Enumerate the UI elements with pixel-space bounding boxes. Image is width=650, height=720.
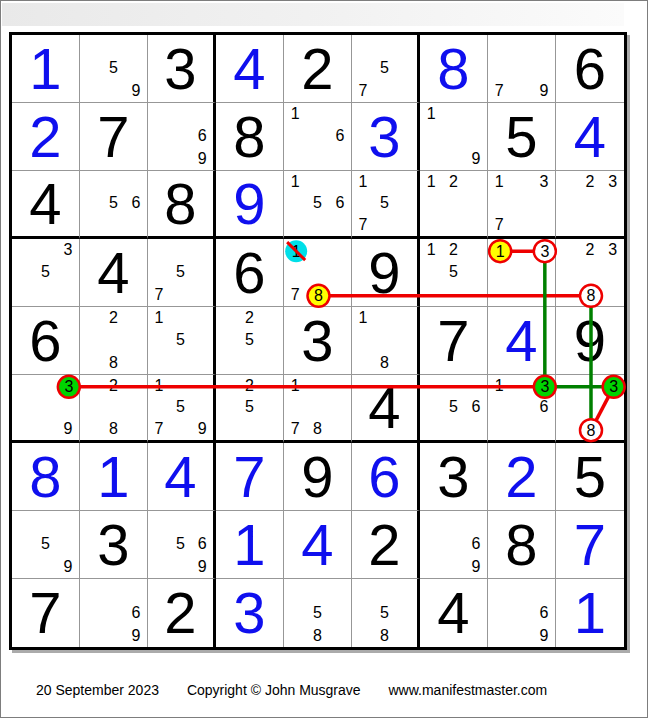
cell-r6c1[interactable]: 39 <box>12 375 80 443</box>
candidate-digit <box>488 418 510 440</box>
candidate-digit <box>556 171 579 193</box>
cell-r3c9[interactable]: 23 <box>556 171 624 239</box>
candidate-digit <box>306 171 328 193</box>
pencil-marks: 69 <box>488 579 555 647</box>
candidate-digit <box>216 307 238 329</box>
candidate-digit <box>12 533 34 555</box>
candidate-digit <box>191 307 213 329</box>
candidate-digit <box>329 239 351 261</box>
candidate-digit <box>352 35 374 57</box>
candidate-digit <box>125 375 147 397</box>
candidate-digit <box>34 239 56 261</box>
candidate-digit <box>488 193 510 215</box>
cell-r5c1[interactable]: 6 <box>12 307 80 375</box>
candidate-digit <box>125 352 147 374</box>
cell-r4c7[interactable]: 125 <box>420 239 488 307</box>
cell-r5c2[interactable]: 28 <box>80 307 148 375</box>
candidate-digit <box>284 214 306 236</box>
candidate-digit <box>80 35 102 57</box>
cell-r4c6[interactable]: 9 <box>352 239 420 307</box>
candidate-digit <box>191 329 213 351</box>
cell-r5c9[interactable]: 9 <box>556 307 624 375</box>
cell-r2c6[interactable]: 3 <box>352 103 420 171</box>
candidate-digit <box>191 103 213 125</box>
cell-r9c4[interactable]: 3 <box>216 579 284 647</box>
candidate-digit: 9 <box>57 556 79 578</box>
candidate-digit: 6 <box>191 125 213 147</box>
candidate-digit <box>125 418 147 440</box>
pencil-marks: 12 <box>420 171 487 236</box>
candidate-digit <box>442 533 464 555</box>
candidate-digit <box>395 624 417 647</box>
candidate-digit: 2 <box>238 307 260 329</box>
pencil-marks: 56 <box>420 375 487 440</box>
candidate-digit <box>442 125 464 147</box>
candidate-digit <box>420 556 442 578</box>
big-digit: 9 <box>233 175 265 233</box>
cell-r2c2[interactable]: 7 <box>80 103 148 171</box>
cell-r5c5[interactable]: 3 <box>284 307 352 375</box>
pencil-marks: 69 <box>148 103 213 170</box>
candidate-digit <box>442 103 464 125</box>
big-digit: 4 <box>233 40 265 98</box>
pencil-marks: 18 <box>352 307 417 374</box>
candidate-digit: 8 <box>374 352 396 374</box>
candidate-digit: 1 <box>284 171 306 193</box>
pencil-marks: 59 <box>12 511 79 578</box>
cell-r1c9[interactable]: 6 <box>556 35 624 103</box>
pencil-marks: 16 <box>284 103 351 170</box>
cell-r8c1[interactable]: 59 <box>12 511 80 579</box>
cell-r2c3[interactable]: 69 <box>148 103 216 171</box>
candidate-digit: 9 <box>533 80 555 102</box>
candidate-digit <box>556 239 579 261</box>
candidate-digit <box>12 239 34 261</box>
pencil-marks: 56 <box>80 171 147 236</box>
cell-r8c5[interactable]: 4 <box>284 511 352 579</box>
candidate-digit <box>374 579 396 602</box>
candidate-digit <box>148 511 170 533</box>
cell-r6c2[interactable]: 28 <box>80 375 148 443</box>
candidate-digit: 3 <box>57 239 79 261</box>
cell-r3c1[interactable]: 4 <box>12 171 80 239</box>
cell-r1c5[interactable]: 2 <box>284 35 352 103</box>
candidate-digit <box>102 214 124 236</box>
pencil-marks: 58 <box>284 579 351 647</box>
cell-r4c5[interactable]: 178 <box>284 239 352 307</box>
candidate-digit <box>170 418 192 440</box>
big-digit: 8 <box>437 40 469 98</box>
candidate-digit <box>261 397 283 419</box>
candidate-digit <box>488 397 510 419</box>
candidate-digit <box>465 511 487 533</box>
candidate-digit: 7 <box>148 418 170 440</box>
cell-r9c5[interactable]: 58 <box>284 579 352 647</box>
cell-r9c1[interactable]: 7 <box>12 579 80 647</box>
candidate-digit <box>442 556 464 578</box>
candidate-digit <box>238 418 260 440</box>
candidate-digit: 6 <box>465 533 487 555</box>
cell-r5c7[interactable]: 7 <box>420 307 488 375</box>
candidate-digit <box>465 284 487 306</box>
cell-r2c5[interactable]: 16 <box>284 103 352 171</box>
candidate-digit <box>216 397 238 419</box>
pencil-marks: 15 <box>148 307 213 374</box>
candidate-digit <box>556 418 579 440</box>
candidate-digit <box>395 80 417 102</box>
pencil-marks: 35 <box>12 239 79 306</box>
big-digit: 2 <box>505 448 537 506</box>
candidate-digit <box>329 602 351 625</box>
candidate-digit <box>102 80 124 102</box>
candidate-digit <box>80 214 102 236</box>
candidate-digit <box>148 397 170 419</box>
candidate-digit <box>510 375 532 397</box>
pencil-marks: 13 <box>488 239 555 306</box>
candidate-digit <box>12 418 34 440</box>
candidate-digit <box>442 375 464 397</box>
candidate-digit: 7 <box>284 284 306 306</box>
candidate-digit <box>329 624 351 647</box>
candidate-digit <box>34 418 56 440</box>
candidate-digit <box>80 602 102 625</box>
candidate-digit <box>352 193 374 215</box>
cell-r5c8[interactable]: 4 <box>488 307 556 375</box>
cell-r1c8[interactable]: 79 <box>488 35 556 103</box>
candidate-digit <box>395 57 417 79</box>
candidate-digit <box>170 511 192 533</box>
cell-r2c1[interactable]: 2 <box>12 103 80 171</box>
cell-r9c6[interactable]: 58 <box>352 579 420 647</box>
candidate-digit <box>465 103 487 125</box>
candidate-digit <box>191 375 213 397</box>
cell-r7c1[interactable]: 8 <box>12 443 80 511</box>
candidate-digit <box>284 125 306 147</box>
cell-r4c1[interactable]: 35 <box>12 239 80 307</box>
candidate-digit <box>34 397 56 419</box>
candidate-digit <box>148 533 170 555</box>
candidate-digit: 8 <box>374 624 396 647</box>
candidate-digit: 6 <box>465 397 487 419</box>
big-digit: 8 <box>164 175 196 233</box>
candidate-digit <box>510 261 532 283</box>
candidate-digit <box>442 214 464 236</box>
cell-r5c4[interactable]: 25 <box>216 307 284 375</box>
candidate-digit <box>601 284 624 306</box>
cell-r5c6[interactable]: 18 <box>352 307 420 375</box>
cell-r1c1[interactable]: 1 <box>12 35 80 103</box>
candidate-digit <box>442 148 464 170</box>
candidate-digit <box>395 171 417 193</box>
candidate-digit <box>420 511 442 533</box>
candidate-digit: 1 <box>420 239 442 261</box>
cell-r6c4[interactable]: 25 <box>216 375 284 443</box>
candidate-digit <box>510 80 532 102</box>
candidate-digit: 5 <box>170 397 192 419</box>
candidate-digit <box>170 375 192 397</box>
candidate-digit: 2 <box>442 239 464 261</box>
candidate-digit: 3 <box>57 375 79 397</box>
cell-r8c7[interactable]: 69 <box>420 511 488 579</box>
big-digit: 7 <box>97 108 129 166</box>
candidate-digit <box>34 556 56 578</box>
candidate-digit: 7 <box>488 80 510 102</box>
candidate-digit <box>102 579 124 602</box>
cell-r9c7[interactable]: 4 <box>420 579 488 647</box>
cell-r1c6[interactable]: 57 <box>352 35 420 103</box>
pencil-marks: 137 <box>488 171 555 236</box>
big-digit: 7 <box>574 516 606 574</box>
candidate-digit <box>420 148 442 170</box>
candidate-digit: 6 <box>191 533 213 555</box>
candidate-digit <box>80 171 102 193</box>
candidate-digit: 2 <box>579 171 602 193</box>
candidate-digit <box>125 57 147 79</box>
candidate-digit <box>216 375 238 397</box>
candidate-digit: 9 <box>191 418 213 440</box>
big-digit: 7 <box>29 584 61 642</box>
candidate-digit <box>329 418 351 440</box>
candidate-digit: 5 <box>442 261 464 283</box>
candidate-digit: 8 <box>579 284 602 306</box>
candidate-digit <box>170 239 192 261</box>
candidate-digit <box>510 57 532 79</box>
cell-r7c9[interactable]: 5 <box>556 443 624 511</box>
candidate-digit: 1 <box>148 307 170 329</box>
cell-r3c4[interactable]: 9 <box>216 171 284 239</box>
cell-r1c7[interactable]: 8 <box>420 35 488 103</box>
cell-r4c9[interactable]: 238 <box>556 239 624 307</box>
cell-r7c4[interactable]: 7 <box>216 443 284 511</box>
cell-r4c3[interactable]: 57 <box>148 239 216 307</box>
candidate-digit <box>306 125 328 147</box>
candidate-digit <box>170 352 192 374</box>
cell-r1c4[interactable]: 4 <box>216 35 284 103</box>
sudoku-app-window: 1593425787962769816319544568915615712137… <box>0 0 648 718</box>
candidate-digit: 5 <box>102 193 124 215</box>
candidate-digit: 3 <box>533 171 555 193</box>
candidate-digit: 2 <box>579 239 602 261</box>
candidate-digit <box>306 261 328 283</box>
pencil-marks: 28 <box>80 307 147 374</box>
candidate-digit <box>395 35 417 57</box>
cell-r4c4[interactable]: 6 <box>216 239 284 307</box>
candidate-digit: 7 <box>284 418 306 440</box>
pencil-marks: 1579 <box>148 375 213 440</box>
candidate-digit <box>284 624 306 647</box>
candidate-digit <box>442 418 464 440</box>
cell-r7c3[interactable]: 4 <box>148 443 216 511</box>
candidate-digit <box>579 214 602 236</box>
candidate-digit <box>57 511 79 533</box>
candidate-digit <box>80 193 102 215</box>
titlebar <box>2 3 624 26</box>
candidate-digit <box>80 624 102 647</box>
cell-r9c9[interactable]: 1 <box>556 579 624 647</box>
candidate-digit <box>170 103 192 125</box>
big-digit: 4 <box>574 108 606 166</box>
candidate-digit <box>488 261 510 283</box>
pencil-marks: 19 <box>420 103 487 170</box>
candidate-digit <box>465 214 487 236</box>
cell-r7c6[interactable]: 6 <box>352 443 420 511</box>
candidate-digit: 1 <box>352 171 374 193</box>
cell-r3c8[interactable]: 137 <box>488 171 556 239</box>
candidate-digit <box>216 352 238 374</box>
candidate-digit <box>601 193 624 215</box>
cell-r9c3[interactable]: 2 <box>148 579 216 647</box>
cell-r3c5[interactable]: 156 <box>284 171 352 239</box>
candidate-digit <box>329 171 351 193</box>
candidate-digit: 5 <box>306 602 328 625</box>
cell-r9c8[interactable]: 69 <box>488 579 556 647</box>
candidate-digit: 5 <box>374 602 396 625</box>
candidate-digit <box>601 261 624 283</box>
candidate-digit: 7 <box>352 80 374 102</box>
cell-r8c6[interactable]: 2 <box>352 511 420 579</box>
cell-r8c2[interactable]: 3 <box>80 511 148 579</box>
candidate-digit <box>102 329 124 351</box>
candidate-digit <box>261 307 283 329</box>
cell-r2c9[interactable]: 4 <box>556 103 624 171</box>
candidate-digit <box>352 352 374 374</box>
candidate-digit <box>148 329 170 351</box>
pencil-marks: 59 <box>80 35 147 102</box>
candidate-digit <box>510 418 532 440</box>
pencil-marks: 39 <box>12 375 79 440</box>
cell-r9c2[interactable]: 69 <box>80 579 148 647</box>
candidate-digit: 6 <box>533 602 555 625</box>
candidate-digit <box>329 103 351 125</box>
cell-r7c8[interactable]: 2 <box>488 443 556 511</box>
candidate-digit <box>395 602 417 625</box>
candidate-digit: 1 <box>488 239 510 261</box>
big-digit: 9 <box>368 244 400 302</box>
cell-r3c6[interactable]: 157 <box>352 171 420 239</box>
candidate-digit <box>148 103 170 125</box>
cell-r7c5[interactable]: 9 <box>284 443 352 511</box>
candidate-digit <box>191 397 213 419</box>
candidate-digit <box>306 375 328 397</box>
cell-r4c8[interactable]: 13 <box>488 239 556 307</box>
cell-r8c4[interactable]: 1 <box>216 511 284 579</box>
candidate-digit: 8 <box>102 352 124 374</box>
cell-r1c2[interactable]: 59 <box>80 35 148 103</box>
cell-r2c7[interactable]: 19 <box>420 103 488 171</box>
candidate-digit: 9 <box>465 556 487 578</box>
big-digit: 5 <box>505 108 537 166</box>
candidate-digit: 7 <box>148 284 170 306</box>
cell-r2c8[interactable]: 5 <box>488 103 556 171</box>
candidate-digit <box>284 397 306 419</box>
candidate-digit <box>306 397 328 419</box>
cell-r6c8[interactable]: 136 <box>488 375 556 443</box>
candidate-digit <box>465 418 487 440</box>
candidate-digit <box>102 397 124 419</box>
big-digit: 4 <box>164 448 196 506</box>
candidate-digit: 6 <box>125 193 147 215</box>
candidate-digit <box>533 261 555 283</box>
big-digit: 6 <box>233 244 265 302</box>
cell-r3c7[interactable]: 12 <box>420 171 488 239</box>
candidate-digit <box>261 375 283 397</box>
candidate-digit <box>579 397 602 419</box>
candidate-digit <box>488 57 510 79</box>
candidate-digit <box>488 579 510 602</box>
candidate-digit <box>284 579 306 602</box>
candidate-digit <box>148 261 170 283</box>
candidate-digit <box>12 397 34 419</box>
candidate-digit <box>352 57 374 79</box>
candidate-digit <box>420 193 442 215</box>
candidate-digit <box>352 602 374 625</box>
candidate-digit: 9 <box>191 148 213 170</box>
candidate-digit <box>533 214 555 236</box>
cell-r8c9[interactable]: 7 <box>556 511 624 579</box>
big-digit: 8 <box>505 516 537 574</box>
candidate-digit: 1 <box>148 375 170 397</box>
cell-r5c3[interactable]: 15 <box>148 307 216 375</box>
candidate-digit: 9 <box>125 624 147 647</box>
candidate-digit <box>306 103 328 125</box>
candidate-digit <box>329 148 351 170</box>
candidate-digit <box>556 397 579 419</box>
candidate-digit <box>420 284 442 306</box>
candidate-digit <box>57 261 79 283</box>
cell-r2c4[interactable]: 8 <box>216 103 284 171</box>
pencil-marks: 58 <box>352 579 417 647</box>
cell-r3c2[interactable]: 56 <box>80 171 148 239</box>
big-digit: 6 <box>368 448 400 506</box>
cell-r6c7[interactable]: 56 <box>420 375 488 443</box>
cell-r6c6[interactable]: 4 <box>352 375 420 443</box>
big-digit: 4 <box>505 312 537 370</box>
cell-r8c8[interactable]: 8 <box>488 511 556 579</box>
pencil-marks: 69 <box>420 511 487 578</box>
footer-copyright: Copyright © John Musgrave <box>187 682 361 698</box>
cell-r7c7[interactable]: 3 <box>420 443 488 511</box>
cell-r6c5[interactable]: 178 <box>284 375 352 443</box>
candidate-digit <box>488 35 510 57</box>
candidate-digit <box>442 511 464 533</box>
candidate-digit <box>510 193 532 215</box>
candidate-digit <box>395 352 417 374</box>
candidate-digit <box>191 261 213 283</box>
candidate-digit <box>442 284 464 306</box>
cell-r8c3[interactable]: 569 <box>148 511 216 579</box>
candidate-digit <box>148 125 170 147</box>
big-digit: 7 <box>233 448 265 506</box>
cell-r4c2[interactable]: 4 <box>80 239 148 307</box>
big-digit: 4 <box>301 516 333 574</box>
cell-r6c3[interactable]: 1579 <box>148 375 216 443</box>
cell-r7c2[interactable]: 1 <box>80 443 148 511</box>
candidate-digit <box>556 284 579 306</box>
cell-r3c3[interactable]: 8 <box>148 171 216 239</box>
big-digit: 1 <box>97 448 129 506</box>
candidate-digit <box>125 307 147 329</box>
big-digit: 2 <box>368 516 400 574</box>
candidate-digit <box>102 602 124 625</box>
candidate-digit <box>465 261 487 283</box>
candidate-digit: 1 <box>488 171 510 193</box>
candidate-digit <box>579 375 602 397</box>
candidate-digit <box>442 193 464 215</box>
candidate-digit <box>12 375 34 397</box>
candidate-digit <box>125 35 147 57</box>
cell-r6c9[interactable]: 38 <box>556 375 624 443</box>
cell-r1c3[interactable]: 3 <box>148 35 216 103</box>
